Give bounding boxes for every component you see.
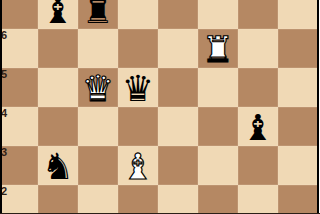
- square-g2[interactable]: [238, 185, 278, 214]
- square-d3[interactable]: ♝: [118, 146, 158, 185]
- black-bishop-icon: ♝: [242, 108, 274, 147]
- board-grid: 7♝♜6♜5♛♛4♝3♞♝2: [0, 0, 318, 214]
- square-e6[interactable]: [158, 29, 198, 68]
- square-h6[interactable]: [278, 29, 318, 68]
- square-a2[interactable]: 2: [0, 185, 38, 214]
- square-b3[interactable]: ♞: [38, 146, 78, 185]
- black-knight-icon: ♞: [42, 147, 74, 186]
- square-d4[interactable]: [118, 107, 158, 146]
- square-f4[interactable]: [198, 107, 238, 146]
- white-bishop-icon: ♝: [122, 147, 154, 186]
- square-g5[interactable]: [238, 68, 278, 107]
- square-e7[interactable]: [158, 0, 198, 29]
- square-b7[interactable]: ♝: [38, 0, 78, 29]
- black-bishop-icon: ♝: [42, 0, 74, 30]
- square-c3[interactable]: [78, 146, 118, 185]
- square-h4[interactable]: [278, 107, 318, 146]
- square-c4[interactable]: [78, 107, 118, 146]
- square-f7[interactable]: [198, 0, 238, 29]
- square-b4[interactable]: [38, 107, 78, 146]
- black-rook-icon: ♜: [82, 0, 114, 30]
- square-d5[interactable]: ♛: [118, 68, 158, 107]
- square-h7[interactable]: [278, 0, 318, 29]
- chess-diagram: 7♝♜6♜5♛♛4♝3♞♝2: [0, 0, 320, 214]
- square-b2[interactable]: [38, 185, 78, 214]
- square-e4[interactable]: [158, 107, 198, 146]
- square-g3[interactable]: [238, 146, 278, 185]
- square-f6[interactable]: ♜: [198, 29, 238, 68]
- square-a6[interactable]: 6: [0, 29, 38, 68]
- square-b5[interactable]: [38, 68, 78, 107]
- board-bottom-border: [0, 213, 320, 214]
- square-d6[interactable]: [118, 29, 158, 68]
- square-a5[interactable]: 5: [0, 68, 38, 107]
- square-g6[interactable]: [238, 29, 278, 68]
- square-c7[interactable]: ♜: [78, 0, 118, 29]
- square-d7[interactable]: [118, 0, 158, 29]
- square-e3[interactable]: [158, 146, 198, 185]
- white-queen-icon: ♛: [82, 69, 114, 108]
- black-queen-icon: ♛: [122, 69, 154, 108]
- square-b6[interactable]: [38, 29, 78, 68]
- square-d2[interactable]: [118, 185, 158, 214]
- board-left-border: [0, 0, 2, 214]
- square-c5[interactable]: ♛: [78, 68, 118, 107]
- square-a4[interactable]: 4: [0, 107, 38, 146]
- square-c6[interactable]: [78, 29, 118, 68]
- square-a3[interactable]: 3: [0, 146, 38, 185]
- square-c2[interactable]: [78, 185, 118, 214]
- square-h5[interactable]: [278, 68, 318, 107]
- square-h3[interactable]: [278, 146, 318, 185]
- square-f3[interactable]: [198, 146, 238, 185]
- square-f2[interactable]: [198, 185, 238, 214]
- square-g4[interactable]: ♝: [238, 107, 278, 146]
- square-a7[interactable]: 7: [0, 0, 38, 29]
- square-g7[interactable]: [238, 0, 278, 29]
- square-e5[interactable]: [158, 68, 198, 107]
- chess-board: 7♝♜6♜5♛♛4♝3♞♝2: [0, 0, 320, 214]
- square-e2[interactable]: [158, 185, 198, 214]
- square-h2[interactable]: [278, 185, 318, 214]
- white-rook-icon: ♜: [202, 30, 234, 69]
- square-f5[interactable]: [198, 68, 238, 107]
